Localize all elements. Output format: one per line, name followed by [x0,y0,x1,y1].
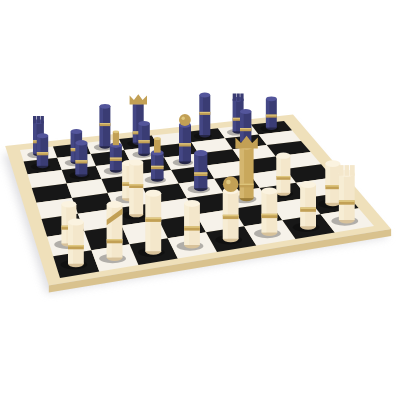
piece-black-rook-a8-tooth-2 [41,116,44,123]
piece-white-pawn-a2-top [62,201,77,208]
piece-white-bishop-c1-top [145,190,161,197]
piece-white-bishop-c3-band-hi [129,184,143,185]
piece-white-pawn-h2-top [325,160,340,167]
piece-black-pawn-d7-band-hi [138,140,149,141]
piece-black-pawn-b6-top [75,140,87,145]
piece-white-pawn-a1-top [68,219,84,226]
piece-white-pawn-g1-top [300,181,316,188]
piece-black-bishop-f8-band-hi [199,112,210,113]
piece-black-knight-d5-brass-top [154,139,161,153]
piece-black-bishop-f8-sheen [199,95,203,135]
piece-black-rook-g8-tooth-2 [240,94,243,101]
piece-white-rook-h1-tooth-0 [339,165,344,176]
piece-white-pawn-g1-sheen [300,185,305,227]
piece-black-knight-c6-brass-top [113,132,119,145]
piece-black-knight-c6-top [113,130,119,133]
piece-white-pawn-g3-sheen [276,156,281,193]
piece-black-knight-d5-band-hi [151,166,164,167]
piece-black-king-d8-crown [130,94,147,104]
piece-white-pawn-h2-band-hi [325,185,340,186]
piece-black-queen-e6-band-hi [179,143,191,144]
piece-black-queen-e6-ball-hi [182,117,185,120]
piece-black-pawn-d7-sheen [138,124,142,154]
piece-black-knight-d5-sheen [151,153,155,179]
piece-white-pawn-c4-sheen [122,163,126,198]
product-photo [0,0,400,400]
piece-white-pawn-a2-sheen [62,204,67,243]
piece-white-pawn-d1-band-hi [184,226,200,228]
piece-white-pawn-h2-sheen [325,164,330,203]
piece-white-queen-e1-brass-ball [223,177,239,193]
piece-black-pawn-b7-top [71,129,82,134]
piece-black-pawn-a7-sheen [37,136,41,166]
piece-white-pawn-a1-sheen [68,222,73,264]
piece-white-queen-e1-band-hi [223,215,239,217]
piece-white-rook-h1-band-hi [339,200,355,202]
piece-black-rook-a8-tooth-0 [33,116,36,123]
piece-white-king-f3-band-hi [240,184,254,185]
piece-black-pawn-e4-band-hi [194,172,207,173]
piece-white-knight-b1-band-hi [107,239,123,241]
piece-white-pawn-f1-band-hi [262,214,278,216]
piece-black-pawn-h8-top [266,96,277,101]
piece-black-pawn-b6-sheen [75,143,79,175]
piece-white-rook-h1-tooth-1 [345,165,350,176]
piece-black-pawn-a7-band-hi [37,152,48,153]
piece-black-pawn-h8-sheen [266,99,270,128]
piece-white-pawn-a1-band-hi [68,245,84,247]
piece-white-pawn-g1-band-hi [300,208,316,210]
piece-white-rook-h1-sheen [339,173,344,220]
piece-white-rook-h1-tooth-2 [350,165,355,176]
chess-board [0,0,400,400]
piece-black-pawn-b6-band-hi [75,160,87,161]
piece-black-knight-d5-top [154,137,161,140]
piece-white-pawn-g3-top [276,153,290,159]
piece-black-rook-g8-tooth-1 [237,94,240,101]
piece-black-pawn-g7-band-hi [240,128,251,129]
piece-black-rook-g8-sheen [233,99,237,131]
piece-white-knight-b1-top [107,201,123,208]
piece-black-rook-g8-tooth-0 [233,94,236,101]
piece-white-pawn-f1-top [262,187,278,194]
piece-white-king-f3-sheen [240,146,245,198]
piece-black-knight-c6-band-hi [110,158,122,159]
piece-black-pawn-h8-band-hi [266,115,277,116]
piece-black-bishop-c8-top [100,104,111,109]
piece-black-pawn-d7-top [138,121,149,126]
piece-white-queen-e1-sheen [223,191,228,239]
piece-white-pawn-f1-sheen [262,191,267,233]
piece-white-bishop-c3-sheen [129,163,134,215]
piece-black-pawn-e4-top [194,150,207,156]
piece-black-bishop-c8-sheen [100,106,104,146]
piece-black-pawn-b7-sheen [71,132,75,162]
piece-black-pawn-a7-top [37,133,48,138]
piece-white-knight-b1-sheen [107,205,112,258]
piece-white-bishop-c1-sheen [145,193,150,251]
piece-black-bishop-c8-band-hi [100,123,111,124]
piece-black-pawn-g7-sheen [240,112,244,142]
piece-black-king-d8-sheen [133,103,137,143]
piece-white-pawn-d1-sheen [184,203,189,245]
piece-black-rook-a8-sheen [33,122,37,154]
piece-white-bishop-c3-top [129,159,143,165]
piece-black-rook-a8-tooth-1 [37,116,40,123]
piece-black-bishop-f8-top [199,93,210,98]
piece-white-bishop-c1-band-hi [145,218,161,220]
piece-white-pawn-d1-top [184,200,200,207]
piece-white-pawn-g3-band-hi [276,176,290,177]
piece-white-queen-e1-ball-hi [226,180,231,185]
piece-black-pawn-g7-top [240,109,251,114]
piece-black-pawn-e4-sheen [194,153,198,188]
piece-black-queen-e6-brass-ball [179,114,191,126]
